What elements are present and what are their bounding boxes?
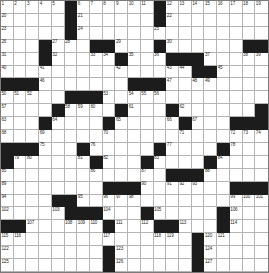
white-cell-r2c5[interactable] xyxy=(52,14,65,27)
white-cell-r21c8[interactable] xyxy=(90,259,103,272)
white-cell-r7c10[interactable] xyxy=(115,78,128,91)
white-cell-r12c15[interactable] xyxy=(179,143,192,156)
white-cell-r1c19[interactable]: 17 xyxy=(230,1,243,14)
white-cell-r13c3[interactable]: 80 xyxy=(26,156,39,169)
white-cell-r9c4[interactable] xyxy=(39,104,52,117)
white-cell-r2c4[interactable] xyxy=(39,14,52,27)
white-cell-r12c14[interactable]: 77 xyxy=(166,143,179,156)
white-cell-r19c7[interactable] xyxy=(77,233,90,246)
white-cell-r20c13[interactable] xyxy=(154,246,167,259)
white-cell-r9c16[interactable] xyxy=(192,104,205,117)
white-cell-r3c1[interactable]: 23 xyxy=(1,27,14,40)
white-cell-r21c13[interactable] xyxy=(154,259,167,272)
white-cell-r10c6[interactable] xyxy=(65,117,78,130)
white-cell-r13c19[interactable] xyxy=(230,156,243,169)
white-cell-r1c15[interactable]: 13 xyxy=(179,1,192,14)
white-cell-r16c12[interactable] xyxy=(141,195,154,208)
white-cell-r2c14[interactable]: 22 xyxy=(166,14,179,27)
white-cell-r13c15[interactable] xyxy=(179,156,192,169)
white-cell-r16c20[interactable]: 100 xyxy=(243,195,256,208)
white-cell-r16c21[interactable]: 101 xyxy=(255,195,268,208)
white-cell-r9c3[interactable] xyxy=(26,104,39,117)
white-cell-r12c10[interactable] xyxy=(115,143,128,156)
white-cell-r21c17[interactable]: 127 xyxy=(204,259,217,272)
white-cell-r19c14[interactable]: 119 xyxy=(166,233,179,246)
white-cell-r11c6[interactable] xyxy=(65,130,78,143)
white-cell-r11c20[interactable]: 73 xyxy=(243,130,256,143)
white-cell-r11c10[interactable] xyxy=(115,130,128,143)
white-cell-r17c11[interactable] xyxy=(128,207,141,220)
white-cell-r4c7[interactable] xyxy=(77,40,90,53)
white-cell-r5c1[interactable]: 31 xyxy=(1,53,14,66)
white-cell-r5c5[interactable]: 32 xyxy=(52,53,65,66)
white-cell-r5c17[interactable]: 37 xyxy=(204,53,217,66)
white-cell-r3c21[interactable] xyxy=(255,27,268,40)
white-cell-r4c3[interactable] xyxy=(26,40,39,53)
white-cell-r18c19[interactable]: 114 xyxy=(230,220,243,233)
white-cell-r3c17[interactable] xyxy=(204,27,217,40)
white-cell-r15c17[interactable] xyxy=(204,182,217,195)
white-cell-r2c7[interactable]: 21 xyxy=(77,14,90,27)
white-cell-r8c9[interactable]: 53 xyxy=(103,91,116,104)
white-cell-r9c8[interactable]: 60 xyxy=(90,104,103,117)
white-cell-r20c12[interactable] xyxy=(141,246,154,259)
white-cell-r11c19[interactable]: 72 xyxy=(230,130,243,143)
white-cell-r8c21[interactable] xyxy=(255,91,268,104)
white-cell-r2c20[interactable] xyxy=(243,14,256,27)
white-cell-r14c6[interactable] xyxy=(65,169,78,182)
white-cell-r1c8[interactable]: 7 xyxy=(90,1,103,14)
white-cell-r15c5[interactable] xyxy=(52,182,65,195)
white-cell-r16c8[interactable] xyxy=(90,195,103,208)
white-cell-r14c9[interactable] xyxy=(103,169,116,182)
white-cell-r7c9[interactable] xyxy=(103,78,116,91)
white-cell-r12c11[interactable] xyxy=(128,143,141,156)
white-cell-r18c17[interactable] xyxy=(204,220,217,233)
white-cell-r3c15[interactable] xyxy=(179,27,192,40)
white-cell-r8c10[interactable] xyxy=(115,91,128,104)
white-cell-r12c9[interactable] xyxy=(103,143,116,156)
white-cell-r6c10[interactable]: 42 xyxy=(115,66,128,79)
white-cell-r18c3[interactable]: 107 xyxy=(26,220,39,233)
white-cell-r13c20[interactable] xyxy=(243,156,256,169)
white-cell-r5c18[interactable] xyxy=(217,53,230,66)
white-cell-r17c9[interactable]: 104 xyxy=(103,207,116,220)
white-cell-r5c7[interactable] xyxy=(77,53,90,66)
white-cell-r14c1[interactable]: 85 xyxy=(1,169,14,182)
white-cell-r4c10[interactable]: 29 xyxy=(115,40,128,53)
white-cell-r4c18[interactable] xyxy=(217,40,230,53)
white-cell-r9c13[interactable] xyxy=(154,104,167,117)
white-cell-r15c4[interactable] xyxy=(39,182,52,195)
white-cell-r5c13[interactable]: 36 xyxy=(154,53,167,66)
white-cell-r7c16[interactable]: 48 xyxy=(192,78,205,91)
white-cell-r19c18[interactable]: 121 xyxy=(217,233,230,246)
white-cell-r16c4[interactable] xyxy=(39,195,52,208)
white-cell-r13c2[interactable]: 79 xyxy=(14,156,27,169)
white-cell-r14c5[interactable] xyxy=(52,169,65,182)
white-cell-r10c13[interactable] xyxy=(154,117,167,130)
white-cell-r21c12[interactable] xyxy=(141,259,154,272)
white-cell-r16c15[interactable] xyxy=(179,195,192,208)
white-cell-r21c4[interactable] xyxy=(39,259,52,272)
white-cell-r7c5[interactable] xyxy=(52,78,65,91)
white-cell-r6c21[interactable] xyxy=(255,66,268,79)
white-cell-r21c21[interactable] xyxy=(255,259,268,272)
white-cell-r13c11[interactable] xyxy=(128,156,141,169)
white-cell-r15c13[interactable] xyxy=(154,182,167,195)
white-cell-r5c12[interactable] xyxy=(141,53,154,66)
white-cell-r21c11[interactable] xyxy=(128,259,141,272)
white-cell-r4c16[interactable] xyxy=(192,40,205,53)
white-cell-r14c21[interactable] xyxy=(255,169,268,182)
white-cell-r14c11[interactable] xyxy=(128,169,141,182)
white-cell-r13c4[interactable] xyxy=(39,156,52,169)
white-cell-r3c2[interactable] xyxy=(14,27,27,40)
white-cell-r8c14[interactable] xyxy=(166,91,179,104)
white-cell-r3c14[interactable] xyxy=(166,27,179,40)
white-cell-r7c4[interactable]: 46 xyxy=(39,78,52,91)
white-cell-r14c13[interactable] xyxy=(154,169,167,182)
white-cell-r12c19[interactable]: 78 xyxy=(230,143,243,156)
white-cell-r17c13[interactable]: 105 xyxy=(154,207,167,220)
white-cell-r5c8[interactable]: 33 xyxy=(90,53,103,66)
white-cell-r2c10[interactable] xyxy=(115,14,128,27)
white-cell-r1c9[interactable]: 8 xyxy=(103,1,116,14)
white-cell-r20c21[interactable] xyxy=(255,246,268,259)
white-cell-r10c17[interactable] xyxy=(204,117,217,130)
white-cell-r10c14[interactable]: 66 xyxy=(166,117,179,130)
white-cell-r5c11[interactable]: 35 xyxy=(128,53,141,66)
white-cell-r6c20[interactable] xyxy=(243,66,256,79)
white-cell-r19c15[interactable] xyxy=(179,233,192,246)
white-cell-r8c13[interactable]: 56 xyxy=(154,91,167,104)
white-cell-r4c6[interactable]: 28 xyxy=(65,40,78,53)
white-cell-r21c6[interactable] xyxy=(65,259,78,272)
white-cell-r12c16[interactable] xyxy=(192,143,205,156)
white-cell-r18c8[interactable]: 110 xyxy=(90,220,103,233)
white-cell-r6c9[interactable] xyxy=(103,66,116,79)
white-cell-r11c2[interactable] xyxy=(14,130,27,143)
white-cell-r9c9[interactable] xyxy=(103,104,116,117)
white-cell-r17c4[interactable] xyxy=(39,207,52,220)
white-cell-r19c21[interactable] xyxy=(255,233,268,246)
white-cell-r19c4[interactable] xyxy=(39,233,52,246)
white-cell-r11c1[interactable]: 68 xyxy=(1,130,14,143)
white-cell-r8c17[interactable] xyxy=(204,91,217,104)
white-cell-r20c3[interactable] xyxy=(26,246,39,259)
white-cell-r10c12[interactable] xyxy=(141,117,154,130)
white-cell-r19c13[interactable]: 118 xyxy=(154,233,167,246)
white-cell-r9c1[interactable]: 57 xyxy=(1,104,14,117)
white-cell-r1c16[interactable]: 14 xyxy=(192,1,205,14)
white-cell-r6c18[interactable]: 45 xyxy=(217,66,230,79)
white-cell-r3c10[interactable] xyxy=(115,27,128,40)
white-cell-r11c18[interactable] xyxy=(217,130,230,143)
white-cell-r14c19[interactable] xyxy=(230,169,243,182)
white-cell-r9c6[interactable]: 58 xyxy=(65,104,78,117)
white-cell-r14c20[interactable] xyxy=(243,169,256,182)
white-cell-r14c17[interactable]: 88 xyxy=(204,169,217,182)
white-cell-r12c6[interactable] xyxy=(65,143,78,156)
white-cell-r19c10[interactable] xyxy=(115,233,128,246)
white-cell-r6c3[interactable] xyxy=(26,66,39,79)
white-cell-r11c16[interactable] xyxy=(192,130,205,143)
white-cell-r7c19[interactable] xyxy=(230,78,243,91)
white-cell-r9c11[interactable]: 61 xyxy=(128,104,141,117)
white-cell-r18c11[interactable] xyxy=(128,220,141,233)
white-cell-r19c11[interactable] xyxy=(128,233,141,246)
white-cell-r9c19[interactable] xyxy=(230,104,243,117)
white-cell-r5c3[interactable] xyxy=(26,53,39,66)
white-cell-r18c5[interactable] xyxy=(52,220,65,233)
white-cell-r15c1[interactable]: 89 xyxy=(1,182,14,195)
white-cell-r6c12[interactable] xyxy=(141,66,154,79)
white-cell-r16c9[interactable]: 96 xyxy=(103,195,116,208)
white-cell-r2c3[interactable] xyxy=(26,14,39,27)
white-cell-r7c14[interactable]: 47 xyxy=(166,78,179,91)
white-cell-r20c14[interactable] xyxy=(166,246,179,259)
white-cell-r12c21[interactable] xyxy=(255,143,268,156)
white-cell-r16c17[interactable] xyxy=(204,195,217,208)
white-cell-r10c1[interactable]: 63 xyxy=(1,117,14,130)
white-cell-r2c12[interactable] xyxy=(141,14,154,27)
white-cell-r19c1[interactable]: 115 xyxy=(1,233,14,246)
white-cell-r14c4[interactable] xyxy=(39,169,52,182)
white-cell-r21c5[interactable] xyxy=(52,259,65,272)
white-cell-r21c10[interactable]: 126 xyxy=(115,259,128,272)
white-cell-r3c4[interactable] xyxy=(39,27,52,40)
white-cell-r20c8[interactable] xyxy=(90,246,103,259)
white-cell-r11c13[interactable] xyxy=(154,130,167,143)
white-cell-r17c20[interactable] xyxy=(243,207,256,220)
white-cell-r11c9[interactable]: 70 xyxy=(103,130,116,143)
white-cell-r2c18[interactable] xyxy=(217,14,230,27)
white-cell-r9c20[interactable] xyxy=(243,104,256,117)
white-cell-r13c6[interactable] xyxy=(65,156,78,169)
white-cell-r8c16[interactable] xyxy=(192,91,205,104)
white-cell-r4c1[interactable]: 26 xyxy=(1,40,14,53)
white-cell-r17c17[interactable] xyxy=(204,207,217,220)
white-cell-r20c17[interactable]: 124 xyxy=(204,246,217,259)
white-cell-r16c7[interactable]: 95 xyxy=(77,195,90,208)
white-cell-r11c17[interactable] xyxy=(204,130,217,143)
white-cell-r9c18[interactable] xyxy=(217,104,230,117)
white-cell-r10c7[interactable] xyxy=(77,117,90,130)
white-cell-r6c6[interactable] xyxy=(65,66,78,79)
white-cell-r19c8[interactable] xyxy=(90,233,103,246)
white-cell-r14c18[interactable] xyxy=(217,169,230,182)
white-cell-r19c6[interactable] xyxy=(65,233,78,246)
white-cell-r21c19[interactable] xyxy=(230,259,243,272)
white-cell-r12c5[interactable] xyxy=(52,143,65,156)
white-cell-r4c17[interactable] xyxy=(204,40,217,53)
white-cell-r14c10[interactable] xyxy=(115,169,128,182)
white-cell-r6c1[interactable]: 40 xyxy=(1,66,14,79)
white-cell-r16c16[interactable] xyxy=(192,195,205,208)
white-cell-r1c5[interactable]: 5 xyxy=(52,1,65,14)
white-cell-r17c1[interactable]: 102 xyxy=(1,207,14,220)
white-cell-r19c5[interactable] xyxy=(52,233,65,246)
white-cell-r2c21[interactable] xyxy=(255,14,268,27)
white-cell-r3c5[interactable] xyxy=(52,27,65,40)
white-cell-r6c14[interactable]: 43 xyxy=(166,66,179,79)
white-cell-r4c5[interactable]: 27 xyxy=(52,40,65,53)
white-cell-r5c9[interactable]: 34 xyxy=(103,53,116,66)
white-cell-r17c15[interactable] xyxy=(179,207,192,220)
white-cell-r20c2[interactable] xyxy=(14,246,27,259)
white-cell-r5c2[interactable] xyxy=(14,53,27,66)
white-cell-r11c3[interactable] xyxy=(26,130,39,143)
white-cell-r12c17[interactable] xyxy=(204,143,217,156)
white-cell-r10c3[interactable] xyxy=(26,117,39,130)
white-cell-r8c15[interactable] xyxy=(179,91,192,104)
white-cell-r8c2[interactable]: 51 xyxy=(14,91,27,104)
white-cell-r13c14[interactable] xyxy=(166,156,179,169)
white-cell-r13c21[interactable] xyxy=(255,156,268,169)
white-cell-r14c8[interactable]: 86 xyxy=(90,169,103,182)
white-cell-r3c18[interactable] xyxy=(217,27,230,40)
white-cell-r20c1[interactable]: 122 xyxy=(1,246,14,259)
white-cell-r16c2[interactable] xyxy=(14,195,27,208)
white-cell-r6c7[interactable] xyxy=(77,66,90,79)
white-cell-r10c16[interactable]: 67 xyxy=(192,117,205,130)
white-cell-r17c19[interactable]: 106 xyxy=(230,207,243,220)
white-cell-r3c12[interactable] xyxy=(141,27,154,40)
white-cell-r13c7[interactable]: 81 xyxy=(77,156,90,169)
white-cell-r8c12[interactable]: 55 xyxy=(141,91,154,104)
white-cell-r17c14[interactable] xyxy=(166,207,179,220)
white-cell-r11c14[interactable] xyxy=(166,130,179,143)
white-cell-r5c21[interactable]: 39 xyxy=(255,53,268,66)
white-cell-r4c12[interactable] xyxy=(141,40,154,53)
white-cell-r13c16[interactable] xyxy=(192,156,205,169)
white-cell-r17c16[interactable] xyxy=(192,207,205,220)
white-cell-r2c1[interactable]: 20 xyxy=(1,14,14,27)
white-cell-r12c4[interactable]: 75 xyxy=(39,143,52,156)
white-cell-r15c15[interactable]: 92 xyxy=(179,182,192,195)
white-cell-r16c11[interactable]: 98 xyxy=(128,195,141,208)
white-cell-r11c21[interactable]: 74 xyxy=(255,130,268,143)
white-cell-r4c19[interactable] xyxy=(230,40,243,53)
white-cell-r18c4[interactable] xyxy=(39,220,52,233)
white-cell-r18c7[interactable]: 109 xyxy=(77,220,90,233)
white-cell-r7c15[interactable] xyxy=(179,78,192,91)
white-cell-r4c14[interactable]: 30 xyxy=(166,40,179,53)
white-cell-r21c15[interactable] xyxy=(179,259,192,272)
white-cell-r15c12[interactable]: 90 xyxy=(141,182,154,195)
white-cell-r20c5[interactable] xyxy=(52,246,65,259)
white-cell-r2c15[interactable] xyxy=(179,14,192,27)
white-cell-r21c2[interactable] xyxy=(14,259,27,272)
white-cell-r1c3[interactable]: 3 xyxy=(26,1,39,14)
white-cell-r3c7[interactable]: 24 xyxy=(77,27,90,40)
white-cell-r18c12[interactable]: 112 xyxy=(141,220,154,233)
white-cell-r20c19[interactable] xyxy=(230,246,243,259)
white-cell-r1c2[interactable]: 2 xyxy=(14,1,27,14)
white-cell-r15c2[interactable] xyxy=(14,182,27,195)
white-cell-r2c2[interactable] xyxy=(14,14,27,27)
white-cell-r6c15[interactable]: 44 xyxy=(179,66,192,79)
white-cell-r21c14[interactable] xyxy=(166,259,179,272)
white-cell-r20c6[interactable] xyxy=(65,246,78,259)
white-cell-r15c3[interactable] xyxy=(26,182,39,195)
white-cell-r20c7[interactable] xyxy=(77,246,90,259)
white-cell-r2c8[interactable] xyxy=(90,14,103,27)
white-cell-r1c21[interactable]: 19 xyxy=(255,1,268,14)
white-cell-r10c11[interactable] xyxy=(128,117,141,130)
white-cell-r10c18[interactable] xyxy=(217,117,230,130)
white-cell-r10c5[interactable]: 64 xyxy=(52,117,65,130)
white-cell-r2c16[interactable] xyxy=(192,14,205,27)
white-cell-r7c17[interactable]: 49 xyxy=(204,78,217,91)
white-cell-r19c2[interactable]: 116 xyxy=(14,233,27,246)
white-cell-r19c20[interactable] xyxy=(243,233,256,246)
white-cell-r9c12[interactable] xyxy=(141,104,154,117)
white-cell-r1c1[interactable]: 1 xyxy=(1,1,14,14)
white-cell-r1c20[interactable]: 18 xyxy=(243,1,256,14)
white-cell-r7c18[interactable] xyxy=(217,78,230,91)
white-cell-r3c3[interactable] xyxy=(26,27,39,40)
white-cell-r14c12[interactable]: 87 xyxy=(141,169,154,182)
white-cell-r17c3[interactable] xyxy=(26,207,39,220)
white-cell-r5c19[interactable] xyxy=(230,53,243,66)
white-cell-r17c21[interactable] xyxy=(255,207,268,220)
white-cell-r16c18[interactable] xyxy=(217,195,230,208)
white-cell-r13c9[interactable]: 82 xyxy=(103,156,116,169)
white-cell-r6c11[interactable] xyxy=(128,66,141,79)
white-cell-r19c12[interactable] xyxy=(141,233,154,246)
white-cell-r1c11[interactable]: 10 xyxy=(128,1,141,14)
white-cell-r2c11[interactable] xyxy=(128,14,141,27)
white-cell-r3c11[interactable] xyxy=(128,27,141,40)
white-cell-r19c17[interactable]: 120 xyxy=(204,233,217,246)
white-cell-r8c4[interactable] xyxy=(39,91,52,104)
white-cell-r20c10[interactable]: 123 xyxy=(115,246,128,259)
white-cell-r1c18[interactable]: 16 xyxy=(217,1,230,14)
white-cell-r8c3[interactable]: 52 xyxy=(26,91,39,104)
white-cell-r15c6[interactable] xyxy=(65,182,78,195)
white-cell-r20c11[interactable] xyxy=(128,246,141,259)
white-cell-r15c14[interactable]: 91 xyxy=(166,182,179,195)
white-cell-r13c18[interactable]: 84 xyxy=(217,156,230,169)
white-cell-r9c15[interactable]: 62 xyxy=(179,104,192,117)
white-cell-r8c18[interactable] xyxy=(217,91,230,104)
white-cell-r18c15[interactable]: 113 xyxy=(179,220,192,233)
white-cell-r2c19[interactable] xyxy=(230,14,243,27)
white-cell-r15c7[interactable] xyxy=(77,182,90,195)
white-cell-r13c5[interactable] xyxy=(52,156,65,169)
white-cell-r9c7[interactable]: 59 xyxy=(77,104,90,117)
white-cell-r19c9[interactable]: 117 xyxy=(103,233,116,246)
white-cell-r16c1[interactable]: 94 xyxy=(1,195,14,208)
white-cell-r18c10[interactable]: 111 xyxy=(115,220,128,233)
white-cell-r6c13[interactable] xyxy=(154,66,167,79)
white-cell-r15c16[interactable]: 93 xyxy=(192,182,205,195)
white-cell-r7c6[interactable] xyxy=(65,78,78,91)
white-cell-r3c19[interactable] xyxy=(230,27,243,40)
white-cell-r3c9[interactable] xyxy=(103,27,116,40)
white-cell-r20c4[interactable] xyxy=(39,246,52,259)
white-cell-r1c7[interactable]: 6 xyxy=(77,1,90,14)
white-cell-r7c20[interactable] xyxy=(243,78,256,91)
white-cell-r4c11[interactable] xyxy=(128,40,141,53)
white-cell-r2c9[interactable] xyxy=(103,14,116,27)
white-cell-r9c2[interactable] xyxy=(14,104,27,117)
white-cell-r12c12[interactable] xyxy=(141,143,154,156)
white-cell-r17c10[interactable] xyxy=(115,207,128,220)
white-cell-r8c5[interactable] xyxy=(52,91,65,104)
